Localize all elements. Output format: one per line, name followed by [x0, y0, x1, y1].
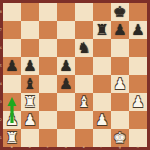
white-rook-a1[interactable]: ♜ [3, 129, 21, 147]
square-a2[interactable]: ♟ [3, 111, 21, 129]
square-f4[interactable] [93, 75, 111, 93]
black-pawn-h7[interactable]: ♟ [129, 21, 147, 39]
rank-label-5: 5 [0, 64, 2, 67]
rank-label-8: 8 [0, 10, 2, 13]
square-b2[interactable]: ♟ [21, 111, 39, 129]
rank-label-7: 7 [0, 28, 2, 31]
square-g5[interactable] [111, 57, 129, 75]
square-d8[interactable] [57, 3, 75, 21]
square-c2[interactable] [39, 111, 57, 129]
white-pawn-g4[interactable]: ♟ [111, 75, 129, 93]
square-b6[interactable] [21, 39, 39, 57]
square-b7[interactable] [21, 21, 39, 39]
square-c1[interactable] [39, 129, 57, 147]
square-d7[interactable] [57, 21, 75, 39]
square-a5[interactable]: ♟ [3, 57, 21, 75]
rank-label-6: 6 [0, 46, 2, 49]
rank-label-4: 4 [0, 82, 2, 85]
square-g6[interactable] [111, 39, 129, 57]
square-f8[interactable] [93, 3, 111, 21]
black-bishop-b4[interactable]: ♝ [21, 75, 39, 93]
square-h5[interactable] [129, 57, 147, 75]
white-pawn-b2[interactable]: ♟ [21, 111, 39, 129]
square-a8[interactable] [3, 3, 21, 21]
square-d3[interactable] [57, 93, 75, 111]
square-e3[interactable]: ♝ [75, 93, 93, 111]
white-king-g1[interactable]: ♚ [111, 129, 129, 147]
black-king-g8[interactable]: ♚ [111, 3, 129, 21]
square-h2[interactable] [129, 111, 147, 129]
square-h3[interactable]: ♟ [129, 93, 147, 111]
square-f1[interactable] [93, 129, 111, 147]
square-d6[interactable] [57, 39, 75, 57]
square-e1[interactable] [75, 129, 93, 147]
square-e2[interactable] [75, 111, 93, 129]
black-rook-f7[interactable]: ♜ [93, 21, 111, 39]
white-pawn-h3[interactable]: ♟ [129, 93, 147, 111]
black-pawn-d4[interactable]: ♟ [57, 75, 75, 93]
square-d4[interactable]: ♟ [57, 75, 75, 93]
square-a7[interactable] [3, 21, 21, 39]
rank-label-3: 3 [0, 100, 2, 103]
square-d2[interactable] [57, 111, 75, 129]
square-c7[interactable] [39, 21, 57, 39]
square-g8[interactable]: ♚ [111, 3, 129, 21]
square-g1[interactable]: ♚ [111, 129, 129, 147]
square-c8[interactable] [39, 3, 57, 21]
black-pawn-b5[interactable]: ♟ [21, 57, 39, 75]
square-h7[interactable]: ♟ [129, 21, 147, 39]
square-b1[interactable] [21, 129, 39, 147]
square-f5[interactable] [93, 57, 111, 75]
square-a3[interactable] [3, 93, 21, 111]
white-pawn-a2[interactable]: ♟ [3, 111, 21, 129]
square-f2[interactable]: ♟ [93, 111, 111, 129]
square-f7[interactable]: ♜ [93, 21, 111, 39]
square-c4[interactable] [39, 75, 57, 93]
black-pawn-d5[interactable]: ♟ [57, 57, 75, 75]
square-g3[interactable] [111, 93, 129, 111]
white-rook-b3[interactable]: ♜ [21, 93, 39, 111]
square-b3[interactable]: ♜ [21, 93, 39, 111]
square-e6[interactable]: ♞ [75, 39, 93, 57]
black-pawn-g7[interactable]: ♟ [111, 21, 129, 39]
white-bishop-e3[interactable]: ♝ [75, 93, 93, 111]
square-d5[interactable]: ♟ [57, 57, 75, 75]
square-b8[interactable] [21, 3, 39, 21]
square-g2[interactable] [111, 111, 129, 129]
square-e7[interactable] [75, 21, 93, 39]
square-h8[interactable] [129, 3, 147, 21]
chess-board: ♚♜♟♟♞♟♟♟♝♟♟♜♝♟♟♟♟♜♚ [3, 3, 147, 147]
square-a4[interactable] [3, 75, 21, 93]
square-c5[interactable] [39, 57, 57, 75]
square-f6[interactable] [93, 39, 111, 57]
square-a6[interactable] [3, 39, 21, 57]
square-f3[interactable] [93, 93, 111, 111]
rank-label-2: 2 [0, 118, 2, 121]
black-knight-e6[interactable]: ♞ [75, 39, 93, 57]
square-h6[interactable] [129, 39, 147, 57]
square-h4[interactable] [129, 75, 147, 93]
square-g4[interactable]: ♟ [111, 75, 129, 93]
square-b4[interactable]: ♝ [21, 75, 39, 93]
square-h1[interactable] [129, 129, 147, 147]
square-e5[interactable] [75, 57, 93, 75]
black-pawn-a5[interactable]: ♟ [3, 57, 21, 75]
square-e8[interactable] [75, 3, 93, 21]
chess-board-frame: ♚♜♟♟♞♟♟♟♝♟♟♜♝♟♟♟♟♜♚ 87654321 abcdefgh [0, 0, 150, 150]
square-g7[interactable]: ♟ [111, 21, 129, 39]
square-b5[interactable]: ♟ [21, 57, 39, 75]
square-c6[interactable] [39, 39, 57, 57]
square-d1[interactable] [57, 129, 75, 147]
square-a1[interactable]: ♜ [3, 129, 21, 147]
rank-label-1: 1 [0, 136, 2, 139]
white-pawn-f2[interactable]: ♟ [93, 111, 111, 129]
square-c3[interactable] [39, 93, 57, 111]
square-e4[interactable] [75, 75, 93, 93]
